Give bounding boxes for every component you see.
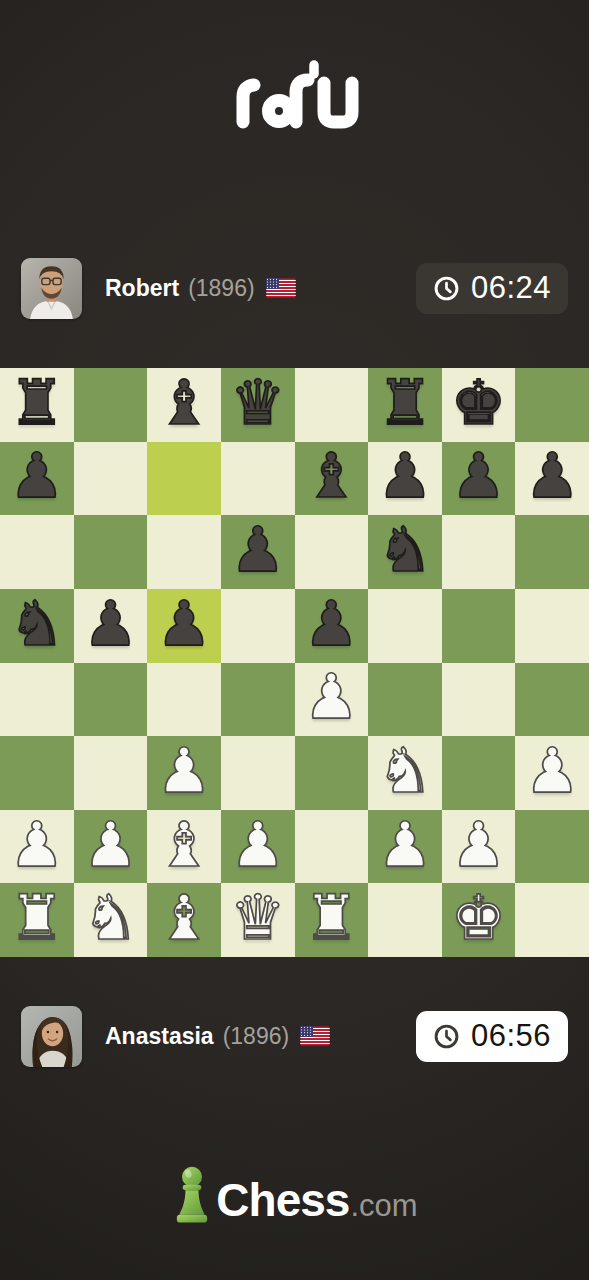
app-screen: เล่น — [0, 0, 589, 1280]
player-rating-top: (1896) — [188, 275, 254, 302]
piece-white-king[interactable]: ♚ — [451, 887, 507, 949]
clock-time-top: 06:24 — [471, 270, 551, 306]
square-e7[interactable]: ♝ — [295, 442, 369, 516]
piece-black-king[interactable]: ♚ — [451, 372, 507, 434]
square-g1[interactable]: ♚ — [442, 883, 516, 957]
square-e4[interactable]: ♟ — [295, 663, 369, 737]
flag-canton — [300, 1026, 313, 1037]
square-g4[interactable] — [442, 663, 516, 737]
square-g8[interactable]: ♚ — [442, 368, 516, 442]
square-c7[interactable] — [147, 442, 221, 516]
chess-board: ♜♝♛♜♚♟♝♟♟♟♟♞♞♟♟♟♟♟♞♟♟♟♝♟♟♟♜♞♝♛♜♚ — [0, 368, 589, 957]
piece-black-pawn[interactable]: ♟ — [377, 445, 433, 507]
square-b6[interactable] — [74, 515, 148, 589]
piece-black-rook[interactable]: ♜ — [377, 372, 433, 434]
piece-white-pawn[interactable]: ♟ — [230, 814, 286, 876]
clock-top: 06:24 — [416, 263, 568, 314]
piece-white-pawn[interactable]: ♟ — [83, 814, 139, 876]
page-title: เล่น — [0, 59, 589, 131]
square-d3[interactable] — [221, 736, 295, 810]
square-c4[interactable] — [147, 663, 221, 737]
piece-white-knight[interactable]: ♞ — [83, 887, 139, 949]
piece-white-pawn[interactable]: ♟ — [524, 740, 580, 802]
square-a2[interactable]: ♟ — [0, 810, 74, 884]
square-d6[interactable]: ♟ — [221, 515, 295, 589]
square-b5[interactable]: ♟ — [74, 589, 148, 663]
piece-white-pawn[interactable]: ♟ — [156, 740, 212, 802]
square-h1[interactable] — [515, 883, 589, 957]
piece-white-rook[interactable]: ♜ — [304, 887, 360, 949]
square-c6[interactable] — [147, 515, 221, 589]
square-c2[interactable]: ♝ — [147, 810, 221, 884]
square-h4[interactable] — [515, 663, 589, 737]
piece-black-pawn[interactable]: ♟ — [9, 445, 65, 507]
piece-black-bishop[interactable]: ♝ — [304, 445, 360, 507]
chesscom-logo: Chess .com — [0, 1163, 589, 1223]
square-b7[interactable] — [74, 442, 148, 516]
square-c8[interactable]: ♝ — [147, 368, 221, 442]
square-d1[interactable]: ♛ — [221, 883, 295, 957]
square-f3[interactable]: ♞ — [368, 736, 442, 810]
square-e8[interactable] — [295, 368, 369, 442]
clock-icon — [433, 1023, 460, 1050]
square-a6[interactable] — [0, 515, 74, 589]
square-g3[interactable] — [442, 736, 516, 810]
piece-black-pawn[interactable]: ♟ — [230, 519, 286, 581]
square-a3[interactable] — [0, 736, 74, 810]
piece-black-pawn[interactable]: ♟ — [524, 445, 580, 507]
square-f7[interactable]: ♟ — [368, 442, 442, 516]
piece-black-pawn[interactable]: ♟ — [451, 445, 507, 507]
square-h2[interactable] — [515, 810, 589, 884]
square-a5[interactable]: ♞ — [0, 589, 74, 663]
player-name-top: Robert — [105, 275, 179, 302]
square-b4[interactable] — [74, 663, 148, 737]
title-thai-glyphs — [231, 59, 359, 131]
square-e5[interactable]: ♟ — [295, 589, 369, 663]
piece-black-bishop[interactable]: ♝ — [156, 372, 212, 434]
piece-black-pawn[interactable]: ♟ — [156, 593, 212, 655]
square-h3[interactable]: ♟ — [515, 736, 589, 810]
square-e2[interactable] — [295, 810, 369, 884]
square-c5[interactable]: ♟ — [147, 589, 221, 663]
square-g2[interactable]: ♟ — [442, 810, 516, 884]
square-b8[interactable] — [74, 368, 148, 442]
square-d2[interactable]: ♟ — [221, 810, 295, 884]
logo-text: Chess — [216, 1177, 349, 1223]
piece-white-knight[interactable]: ♞ — [377, 740, 433, 802]
clock-time-bottom: 06:56 — [471, 1018, 551, 1054]
piece-white-pawn[interactable]: ♟ — [451, 814, 507, 876]
square-g7[interactable]: ♟ — [442, 442, 516, 516]
piece-white-bishop[interactable]: ♝ — [156, 887, 212, 949]
square-h5[interactable] — [515, 589, 589, 663]
clock-icon — [433, 275, 460, 302]
square-f5[interactable] — [368, 589, 442, 663]
square-h8[interactable] — [515, 368, 589, 442]
piece-white-pawn[interactable]: ♟ — [377, 814, 433, 876]
square-d8[interactable]: ♛ — [221, 368, 295, 442]
square-e1[interactable]: ♜ — [295, 883, 369, 957]
player-info-bottom: Anastasia (1896) — [105, 1023, 330, 1050]
square-d7[interactable] — [221, 442, 295, 516]
square-d5[interactable] — [221, 589, 295, 663]
piece-white-rook[interactable]: ♜ — [9, 887, 65, 949]
logo-tld: .com — [350, 1190, 417, 1223]
square-e3[interactable] — [295, 736, 369, 810]
square-c3[interactable]: ♟ — [147, 736, 221, 810]
square-f6[interactable]: ♞ — [368, 515, 442, 589]
piece-black-knight[interactable]: ♞ — [377, 519, 433, 581]
player-rating-bottom: (1896) — [223, 1023, 289, 1050]
square-f4[interactable] — [368, 663, 442, 737]
square-b2[interactable]: ♟ — [74, 810, 148, 884]
piece-white-pawn[interactable]: ♟ — [304, 666, 360, 728]
square-h7[interactable]: ♟ — [515, 442, 589, 516]
piece-black-pawn[interactable]: ♟ — [83, 593, 139, 655]
square-b1[interactable]: ♞ — [74, 883, 148, 957]
square-a8[interactable]: ♜ — [0, 368, 74, 442]
square-e6[interactable] — [295, 515, 369, 589]
square-f8[interactable]: ♜ — [368, 368, 442, 442]
flag-canton — [266, 278, 279, 289]
us-flag-icon — [300, 1026, 330, 1046]
clock-bottom: 06:56 — [416, 1011, 568, 1062]
piece-black-pawn[interactable]: ♟ — [304, 593, 360, 655]
piece-white-bishop[interactable]: ♝ — [156, 814, 212, 876]
green-pawn-icon — [171, 1163, 213, 1225]
square-b3[interactable] — [74, 736, 148, 810]
piece-white-queen[interactable]: ♛ — [230, 887, 286, 949]
piece-black-knight[interactable]: ♞ — [9, 593, 65, 655]
player-card-top: Robert (1896) 06:24 — [21, 257, 568, 319]
square-a7[interactable]: ♟ — [0, 442, 74, 516]
us-flag-icon — [266, 278, 296, 298]
square-g5[interactable] — [442, 589, 516, 663]
player-name-bottom: Anastasia — [105, 1023, 214, 1050]
square-a4[interactable] — [0, 663, 74, 737]
square-g6[interactable] — [442, 515, 516, 589]
square-d4[interactable] — [221, 663, 295, 737]
avatar-anastasia[interactable] — [21, 1006, 82, 1067]
avatar-robert[interactable] — [21, 258, 82, 319]
square-c1[interactable]: ♝ — [147, 883, 221, 957]
player-info-top: Robert (1896) — [105, 275, 296, 302]
square-f1[interactable] — [368, 883, 442, 957]
piece-white-pawn[interactable]: ♟ — [9, 814, 65, 876]
square-h6[interactable] — [515, 515, 589, 589]
player-card-bottom: Anastasia (1896) 06:56 — [21, 1005, 568, 1067]
piece-black-queen[interactable]: ♛ — [230, 372, 286, 434]
square-a1[interactable]: ♜ — [0, 883, 74, 957]
piece-black-rook[interactable]: ♜ — [9, 372, 65, 434]
square-f2[interactable]: ♟ — [368, 810, 442, 884]
